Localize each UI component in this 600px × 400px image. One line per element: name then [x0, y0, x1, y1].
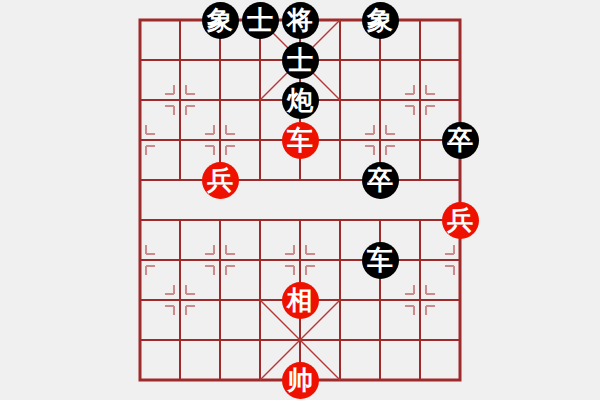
piece-black-cannon[interactable]: 炮 — [282, 82, 319, 119]
xiangqi-pieces-layer: 象士将象士炮车卒兵卒兵车相帅 — [120, 0, 480, 400]
piece-red-soldier[interactable]: 兵 — [202, 162, 239, 199]
piece-black-soldier[interactable]: 卒 — [442, 122, 479, 159]
xiangqi-app-window: 象士将象士炮车卒兵卒兵车相帅 — [0, 0, 600, 400]
piece-black-chariot[interactable]: 车 — [362, 242, 399, 279]
piece-black-elephant[interactable]: 象 — [202, 2, 239, 39]
piece-red-soldier[interactable]: 兵 — [442, 202, 479, 239]
piece-red-general[interactable]: 帅 — [282, 362, 319, 399]
piece-red-chariot[interactable]: 车 — [282, 122, 319, 159]
piece-black-advisor[interactable]: 士 — [242, 2, 279, 39]
piece-black-soldier[interactable]: 卒 — [362, 162, 399, 199]
piece-red-elephant[interactable]: 相 — [282, 282, 319, 319]
piece-black-elephant[interactable]: 象 — [362, 2, 399, 39]
piece-black-advisor[interactable]: 士 — [282, 42, 319, 79]
piece-black-general[interactable]: 将 — [282, 2, 319, 39]
